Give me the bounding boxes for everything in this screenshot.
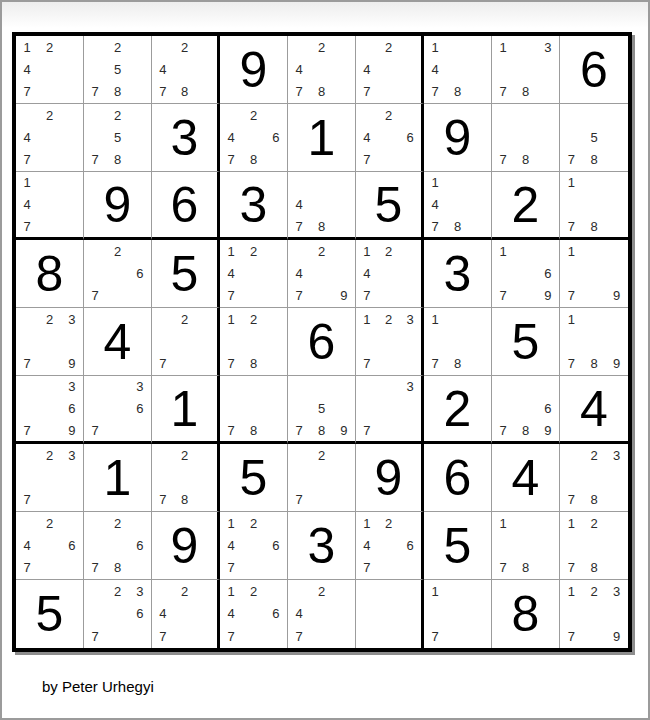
candidate-grid: 6789 — [492, 376, 559, 441]
sudoku-grid: 1247257824789247824714781378624725783246… — [12, 32, 632, 652]
candidate-2: 2 — [174, 580, 196, 603]
candidate-8: 8 — [310, 215, 332, 237]
cell-r8c9[interactable]: 1278 — [560, 512, 628, 580]
solved-digit: 4 — [560, 376, 628, 441]
cell-r4c9[interactable]: 179 — [560, 240, 628, 308]
cell-r9c4[interactable]: 12467 — [220, 580, 288, 648]
candidate-1: 1 — [220, 308, 242, 330]
candidate-7: 7 — [288, 285, 310, 307]
candidate-3: 3 — [605, 444, 628, 466]
candidate-empty — [129, 512, 151, 534]
candidate-empty — [378, 330, 400, 352]
candidate-empty — [333, 172, 355, 194]
cell-r4c4[interactable]: 1247 — [220, 240, 288, 308]
cell-r7c6[interactable]: 9 — [356, 444, 424, 512]
candidate-empty — [492, 398, 514, 420]
candidate-3: 3 — [605, 580, 628, 603]
candidate-grid: 2467 — [16, 512, 83, 579]
cell-r2c5[interactable]: 1 — [288, 104, 356, 172]
cell-r7c5[interactable]: 27 — [288, 444, 356, 512]
candidate-empty — [378, 419, 400, 441]
candidate-empty — [242, 398, 264, 420]
candidate-1: 1 — [356, 512, 378, 534]
candidate-9: 9 — [537, 285, 559, 307]
cell-r3c6[interactable]: 5 — [356, 172, 424, 240]
candidate-empty — [378, 398, 400, 420]
candidate-grid: 2367 — [84, 580, 151, 648]
candidate-7: 7 — [356, 353, 378, 375]
candidate-empty — [399, 262, 421, 284]
cell-r3c7[interactable]: 1478 — [424, 172, 492, 240]
candidate-empty — [265, 353, 287, 375]
cell-r2c4[interactable]: 24678 — [220, 104, 288, 172]
candidate-7: 7 — [220, 557, 242, 579]
candidate-empty — [605, 262, 628, 284]
candidate-empty — [152, 308, 174, 330]
candidate-8: 8 — [446, 353, 468, 375]
cell-r1c3[interactable]: 2478 — [152, 36, 220, 104]
candidate-2: 2 — [310, 240, 332, 262]
cell-r1c1[interactable]: 1247 — [16, 36, 84, 104]
candidate-empty — [16, 512, 38, 534]
cell-r7c4[interactable]: 5 — [220, 444, 288, 512]
candidate-empty — [106, 285, 128, 307]
candidate-empty — [16, 466, 38, 488]
candidate-4: 4 — [152, 603, 174, 626]
candidate-grid: 278 — [152, 444, 217, 511]
candidate-empty — [399, 512, 421, 534]
cell-r6c3[interactable]: 1 — [152, 376, 220, 444]
cell-r3c4[interactable]: 3 — [220, 172, 288, 240]
candidate-empty — [583, 534, 606, 556]
candidate-empty — [38, 58, 60, 80]
candidate-empty — [560, 262, 583, 284]
cell-r9c3[interactable]: 247 — [152, 580, 220, 648]
cell-r8c5[interactable]: 3 — [288, 512, 356, 580]
solved-digit: 1 — [288, 104, 355, 171]
candidate-7: 7 — [560, 557, 583, 579]
candidate-6: 6 — [265, 126, 287, 148]
cell-r1c7[interactable]: 1478 — [424, 36, 492, 104]
candidate-3: 3 — [61, 308, 83, 330]
cell-r9c5[interactable]: 247 — [288, 580, 356, 648]
candidate-grid: 27 — [152, 308, 217, 375]
candidate-empty — [310, 376, 332, 398]
candidate-6: 6 — [61, 398, 83, 420]
candidate-7: 7 — [424, 81, 446, 103]
cell-r4c5[interactable]: 2479 — [288, 240, 356, 308]
candidate-empty — [560, 194, 583, 216]
candidate-empty — [469, 194, 491, 216]
cell-r7c9[interactable]: 2378 — [560, 444, 628, 512]
candidate-empty — [129, 36, 151, 58]
cell-r8c8[interactable]: 178 — [492, 512, 560, 580]
candidate-8: 8 — [106, 81, 128, 103]
candidate-4: 4 — [16, 194, 38, 216]
cell-r6c7[interactable]: 2 — [424, 376, 492, 444]
candidate-empty — [174, 58, 196, 80]
candidate-empty — [38, 194, 60, 216]
solved-digit: 3 — [220, 172, 287, 237]
candidate-grid: 2578 — [84, 104, 151, 171]
candidate-1: 1 — [220, 580, 242, 603]
candidate-empty — [492, 58, 514, 80]
cell-r8c3[interactable]: 9 — [152, 512, 220, 580]
cell-r3c9[interactable]: 178 — [560, 172, 628, 240]
candidate-2: 2 — [106, 512, 128, 534]
candidate-empty — [106, 419, 128, 441]
candidate-9: 9 — [333, 419, 355, 441]
cell-r5c3[interactable]: 27 — [152, 308, 220, 376]
candidate-empty — [174, 603, 196, 626]
cell-r4c2[interactable]: 267 — [84, 240, 152, 308]
candidate-empty — [129, 104, 151, 126]
candidate-empty — [242, 330, 264, 352]
candidate-7: 7 — [424, 353, 446, 375]
candidate-7: 7 — [356, 285, 378, 307]
candidate-empty — [583, 194, 606, 216]
candidate-empty — [288, 444, 310, 466]
candidate-empty — [61, 215, 83, 237]
candidate-1: 1 — [492, 36, 514, 58]
cell-r2c3[interactable]: 3 — [152, 104, 220, 172]
candidate-grid — [356, 580, 421, 648]
cell-r2c9[interactable]: 578 — [560, 104, 628, 172]
solved-digit: 9 — [152, 512, 217, 579]
candidate-empty — [242, 285, 264, 307]
candidate-empty — [265, 580, 287, 603]
cell-r6c8[interactable]: 6789 — [492, 376, 560, 444]
cell-r4c1[interactable]: 8 — [16, 240, 84, 308]
candidate-empty — [378, 262, 400, 284]
cell-r9c6[interactable] — [356, 580, 424, 648]
cell-r6c4[interactable]: 78 — [220, 376, 288, 444]
candidate-4: 4 — [424, 58, 446, 80]
candidate-empty — [195, 58, 217, 80]
candidate-2: 2 — [378, 512, 400, 534]
candidate-grid: 1278 — [560, 512, 628, 579]
candidate-empty — [333, 36, 355, 58]
cell-r5c4[interactable]: 1278 — [220, 308, 288, 376]
candidate-empty — [38, 466, 60, 488]
candidate-grid: 2379 — [16, 308, 83, 375]
cell-r6c1[interactable]: 3679 — [16, 376, 84, 444]
cell-r9c7[interactable]: 17 — [424, 580, 492, 648]
cell-r2c7[interactable]: 9 — [424, 104, 492, 172]
candidate-empty — [560, 466, 583, 488]
candidate-empty — [288, 240, 310, 262]
candidate-3: 3 — [537, 36, 559, 58]
candidate-1: 1 — [16, 172, 38, 194]
cell-r2c1[interactable]: 247 — [16, 104, 84, 172]
candidate-2: 2 — [242, 580, 264, 603]
candidate-7: 7 — [560, 625, 583, 648]
candidate-empty — [378, 580, 400, 603]
candidate-empty — [333, 58, 355, 80]
cell-r8c2[interactable]: 2678 — [84, 512, 152, 580]
candidate-5: 5 — [106, 126, 128, 148]
candidate-empty — [605, 489, 628, 511]
candidate-empty — [605, 603, 628, 626]
cell-r4c3[interactable]: 5 — [152, 240, 220, 308]
candidate-empty — [84, 534, 106, 556]
candidate-6: 6 — [537, 262, 559, 284]
cell-r1c5[interactable]: 2478 — [288, 36, 356, 104]
cell-r5c6[interactable]: 1237 — [356, 308, 424, 376]
candidate-empty — [378, 625, 400, 648]
cell-r6c9[interactable]: 4 — [560, 376, 628, 444]
candidate-1: 1 — [356, 240, 378, 262]
cell-r3c1[interactable]: 147 — [16, 172, 84, 240]
candidate-empty — [84, 104, 106, 126]
candidate-empty — [446, 194, 468, 216]
candidate-empty — [514, 240, 536, 262]
candidate-empty — [514, 262, 536, 284]
candidate-4: 4 — [356, 126, 378, 148]
cell-r5c7[interactable]: 178 — [424, 308, 492, 376]
candidate-empty — [174, 330, 196, 352]
candidate-7: 7 — [84, 285, 106, 307]
candidate-empty — [514, 398, 536, 420]
cell-r9c8[interactable]: 8 — [492, 580, 560, 648]
candidate-1: 1 — [424, 580, 446, 603]
cell-r7c3[interactable]: 278 — [152, 444, 220, 512]
candidate-empty — [152, 444, 174, 466]
solved-digit: 9 — [356, 444, 421, 511]
candidate-7: 7 — [356, 81, 378, 103]
solved-digit: 5 — [16, 580, 83, 648]
candidate-3: 3 — [399, 308, 421, 330]
candidate-grid: 78 — [492, 104, 559, 171]
cell-r7c8[interactable]: 4 — [492, 444, 560, 512]
cell-r5c8[interactable]: 5 — [492, 308, 560, 376]
candidate-empty — [333, 444, 355, 466]
candidate-empty — [583, 240, 606, 262]
candidate-empty — [265, 149, 287, 171]
candidate-empty — [38, 489, 60, 511]
candidate-1: 1 — [220, 512, 242, 534]
candidate-empty — [195, 330, 217, 352]
candidate-empty — [38, 419, 60, 441]
cell-r1c2[interactable]: 2578 — [84, 36, 152, 104]
candidate-empty — [174, 625, 196, 648]
cell-r5c1[interactable]: 2379 — [16, 308, 84, 376]
cell-r2c6[interactable]: 2467 — [356, 104, 424, 172]
candidate-4: 4 — [16, 534, 38, 556]
cell-r8c7[interactable]: 5 — [424, 512, 492, 580]
candidate-empty — [514, 512, 536, 534]
cell-r3c3[interactable]: 6 — [152, 172, 220, 240]
candidate-grid: 2467 — [356, 104, 421, 171]
cell-r1c4[interactable]: 9 — [220, 36, 288, 104]
candidate-empty — [288, 580, 310, 603]
candidate-empty — [424, 330, 446, 352]
candidate-empty — [16, 444, 38, 466]
candidate-grid: 367 — [84, 376, 151, 441]
candidate-empty — [560, 444, 583, 466]
candidate-7: 7 — [220, 419, 242, 441]
solved-digit: 4 — [84, 308, 151, 375]
candidate-empty — [84, 603, 106, 626]
candidate-empty — [61, 36, 83, 58]
candidate-empty — [310, 603, 332, 626]
candidate-2: 2 — [378, 104, 400, 126]
candidate-empty — [220, 376, 242, 398]
cell-r7c7[interactable]: 6 — [424, 444, 492, 512]
candidate-empty — [220, 398, 242, 420]
candidate-1: 1 — [424, 36, 446, 58]
candidate-empty — [310, 466, 332, 488]
cell-r2c8[interactable]: 78 — [492, 104, 560, 172]
cell-r1c9[interactable]: 6 — [560, 36, 628, 104]
candidate-8: 8 — [446, 81, 468, 103]
candidate-8: 8 — [310, 81, 332, 103]
candidate-grid: 247 — [288, 580, 355, 648]
cell-r3c2[interactable]: 9 — [84, 172, 152, 240]
candidate-empty — [537, 58, 559, 80]
candidate-empty — [84, 240, 106, 262]
candidate-empty — [61, 172, 83, 194]
candidate-empty — [152, 36, 174, 58]
candidate-2: 2 — [583, 512, 606, 534]
candidate-2: 2 — [38, 36, 60, 58]
candidate-9: 9 — [605, 625, 628, 648]
candidate-grid: 247 — [16, 104, 83, 171]
candidate-7: 7 — [16, 149, 38, 171]
candidate-4: 4 — [220, 603, 242, 626]
candidate-empty — [38, 330, 60, 352]
candidate-7: 7 — [16, 353, 38, 375]
candidate-empty — [61, 149, 83, 171]
candidate-empty — [446, 308, 468, 330]
cell-r6c6[interactable]: 37 — [356, 376, 424, 444]
candidate-empty — [310, 58, 332, 80]
candidate-empty — [605, 240, 628, 262]
cell-r4c7[interactable]: 3 — [424, 240, 492, 308]
candidate-grid: 2678 — [84, 512, 151, 579]
candidate-grid: 178 — [560, 172, 628, 237]
candidate-empty — [61, 512, 83, 534]
candidate-empty — [310, 262, 332, 284]
candidate-empty — [195, 353, 217, 375]
candidate-empty — [469, 580, 491, 603]
candidate-empty — [583, 172, 606, 194]
candidate-empty — [129, 81, 151, 103]
cell-r4c8[interactable]: 1679 — [492, 240, 560, 308]
candidate-empty — [106, 625, 128, 648]
cell-r1c8[interactable]: 1378 — [492, 36, 560, 104]
candidate-2: 2 — [242, 512, 264, 534]
author-credit: by Peter Urhegyi — [42, 678, 154, 695]
cell-r3c8[interactable]: 2 — [492, 172, 560, 240]
candidate-empty — [310, 172, 332, 194]
candidate-empty — [129, 285, 151, 307]
cell-r5c5[interactable]: 6 — [288, 308, 356, 376]
candidate-empty — [152, 580, 174, 603]
candidate-empty — [242, 625, 264, 648]
candidate-9: 9 — [537, 419, 559, 441]
candidate-empty — [399, 557, 421, 579]
solved-digit: 8 — [492, 580, 559, 648]
candidate-empty — [399, 580, 421, 603]
candidate-1: 1 — [424, 172, 446, 194]
candidate-empty — [333, 262, 355, 284]
cell-r8c6[interactable]: 12467 — [356, 512, 424, 580]
candidate-7: 7 — [492, 81, 514, 103]
cell-r8c4[interactable]: 12467 — [220, 512, 288, 580]
candidate-empty — [492, 126, 514, 148]
candidate-empty — [152, 466, 174, 488]
cell-r8c1[interactable]: 2467 — [16, 512, 84, 580]
candidate-1: 1 — [492, 512, 514, 534]
solved-digit: 6 — [560, 36, 628, 103]
cell-r6c2[interactable]: 367 — [84, 376, 152, 444]
candidate-8: 8 — [514, 557, 536, 579]
cell-r7c2[interactable]: 1 — [84, 444, 152, 512]
candidate-grid: 12467 — [220, 512, 287, 579]
solved-digit: 5 — [424, 512, 491, 579]
candidate-empty — [220, 104, 242, 126]
candidate-empty — [583, 625, 606, 648]
solved-digit: 4 — [492, 444, 559, 511]
cell-r9c1[interactable]: 5 — [16, 580, 84, 648]
candidate-empty — [356, 625, 378, 648]
candidate-empty — [129, 58, 151, 80]
candidate-empty — [310, 194, 332, 216]
candidate-empty — [61, 81, 83, 103]
cell-r3c5[interactable]: 478 — [288, 172, 356, 240]
cell-r5c9[interactable]: 1789 — [560, 308, 628, 376]
candidate-empty — [378, 149, 400, 171]
candidate-7: 7 — [288, 489, 310, 511]
candidate-empty — [38, 353, 60, 375]
candidate-empty — [514, 376, 536, 398]
candidate-grid: 12467 — [220, 580, 287, 648]
cell-r7c1[interactable]: 237 — [16, 444, 84, 512]
candidate-empty — [38, 126, 60, 148]
candidate-8: 8 — [174, 81, 196, 103]
cell-r2c2[interactable]: 2578 — [84, 104, 152, 172]
cell-r5c2[interactable]: 4 — [84, 308, 152, 376]
cell-r4c6[interactable]: 1247 — [356, 240, 424, 308]
candidate-empty — [129, 149, 151, 171]
candidate-empty — [38, 81, 60, 103]
candidate-empty — [446, 172, 468, 194]
candidate-empty — [446, 36, 468, 58]
candidate-empty — [61, 466, 83, 488]
candidate-empty — [38, 557, 60, 579]
cell-r9c2[interactable]: 2367 — [84, 580, 152, 648]
solved-digit: 9 — [220, 36, 287, 103]
candidate-1: 1 — [560, 308, 583, 330]
cell-r1c6[interactable]: 247 — [356, 36, 424, 104]
candidate-empty — [333, 240, 355, 262]
candidate-4: 4 — [16, 58, 38, 80]
candidate-empty — [399, 58, 421, 80]
candidate-empty — [560, 330, 583, 352]
cell-r6c5[interactable]: 5789 — [288, 376, 356, 444]
solved-digit: 1 — [152, 376, 217, 441]
candidate-empty — [106, 262, 128, 284]
candidate-empty — [399, 353, 421, 375]
candidate-8: 8 — [514, 419, 536, 441]
candidate-empty — [446, 58, 468, 80]
cell-r9c9[interactable]: 12379 — [560, 580, 628, 648]
candidate-3: 3 — [61, 376, 83, 398]
candidate-empty — [605, 512, 628, 534]
candidate-empty — [446, 603, 468, 626]
candidate-empty — [16, 376, 38, 398]
